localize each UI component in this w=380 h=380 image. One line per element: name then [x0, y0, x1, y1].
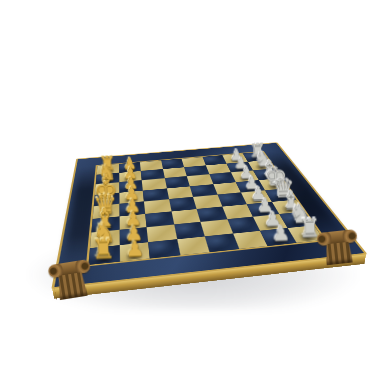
square-d8: ♛	[265, 188, 296, 201]
square-b1: ♞	[90, 230, 119, 248]
square-c3	[145, 211, 173, 227]
square-b8: ♞	[279, 212, 314, 228]
square-d5	[193, 195, 222, 209]
square-d7: ♟	[241, 190, 271, 204]
square-b4	[174, 222, 205, 239]
square-d3	[144, 199, 171, 213]
square-d1: ♛	[93, 204, 119, 219]
piece-gold-pawn: ♟	[118, 156, 140, 172]
square-f1: ♝	[95, 182, 119, 195]
square-a2: ♟	[119, 242, 150, 262]
board-foot-right	[316, 229, 359, 266]
square-b2: ♟	[119, 227, 148, 245]
square-a4	[177, 236, 210, 255]
playing-grid: ♜♟♟♜♞♟♟♞♝♟♟♝♚♟♟♚♛♟♟♛♝♟♟♝♞♟♟♞♜♟♟♜	[89, 152, 325, 265]
piece-silver-rook: ♜	[246, 142, 268, 161]
piece-gold-rook: ♜	[96, 154, 119, 174]
square-d2: ♟	[119, 202, 145, 217]
square-a1: ♜	[89, 245, 120, 265]
square-e4	[166, 186, 193, 199]
piece-silver-pawn: ♟	[252, 196, 279, 215]
square-c1: ♝	[91, 216, 119, 232]
column-flutes	[324, 242, 352, 266]
board-frame: ♜♟♟♜♞♟♟♞♝♟♟♝♚♟♟♚♛♟♟♛♝♟♟♝♞♟♟♞♜♟♟♜	[51, 142, 367, 289]
product-photo: ♜♟♟♜♞♟♟♞♝♟♟♝♚♟♟♚♛♟♟♛♝♟♟♝♞♟♟♞♜♟♟♜	[0, 0, 380, 380]
board-foot-left	[47, 259, 94, 301]
square-a3	[148, 239, 180, 258]
column-flutes	[56, 272, 87, 300]
